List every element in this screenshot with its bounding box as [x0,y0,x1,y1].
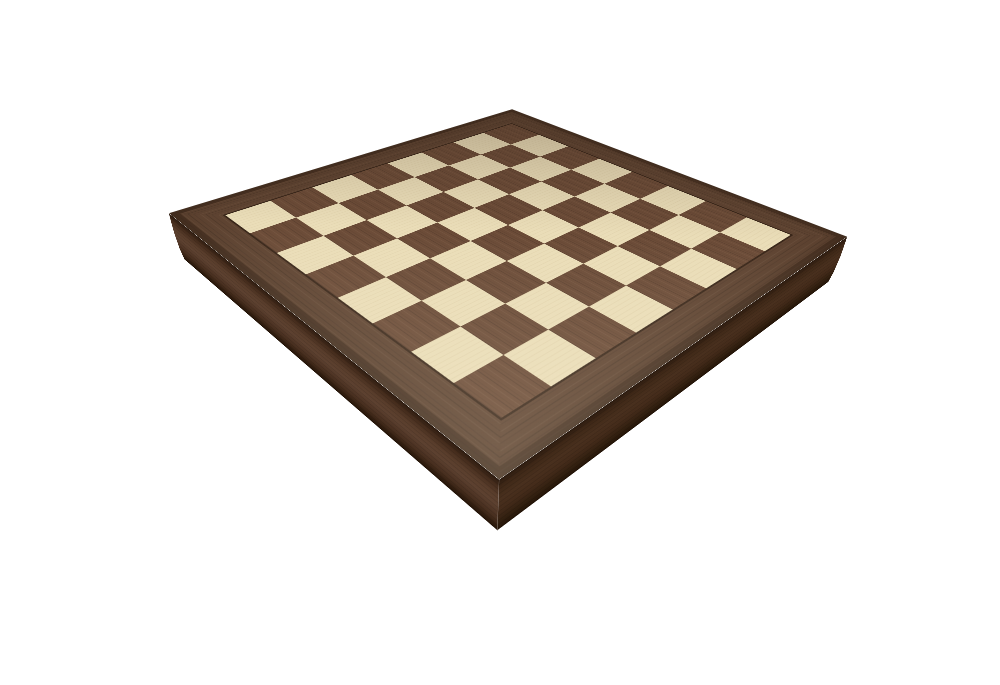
square-b4[interactable] [386,258,466,300]
square-f2[interactable] [618,230,692,266]
square-d4[interactable] [471,225,545,261]
square-a1[interactable] [454,355,551,418]
square-d2[interactable] [546,264,626,307]
square-f1[interactable] [660,249,737,289]
scene-3d [0,0,1000,685]
square-b2[interactable] [461,304,549,355]
square-d3[interactable] [507,244,584,283]
product-photo [0,0,1000,685]
square-c5[interactable] [397,223,471,259]
square-e1[interactable] [626,266,706,309]
square-a3[interactable] [373,301,461,352]
square-c3[interactable] [466,261,546,304]
board-frame-near [169,202,543,480]
square-b5[interactable] [353,238,430,277]
board-frame-right [457,223,847,480]
square-b3[interactable] [422,280,506,327]
square-a5[interactable] [306,256,386,298]
square-b1[interactable] [503,330,595,387]
square-c2[interactable] [505,283,589,330]
board-top [169,109,847,479]
square-c4[interactable] [430,241,507,280]
square-a7[interactable] [250,218,324,253]
square-a6[interactable] [277,236,354,275]
square-e2[interactable] [583,246,660,285]
square-a4[interactable] [338,277,422,323]
playing-field [223,123,794,421]
square-d1[interactable] [589,286,673,333]
square-a2[interactable] [411,327,503,384]
square-e3[interactable] [544,227,618,263]
square-c1[interactable] [548,307,636,359]
square-b6[interactable] [324,220,398,256]
square-g1[interactable] [691,232,765,269]
chess-box [169,109,847,479]
